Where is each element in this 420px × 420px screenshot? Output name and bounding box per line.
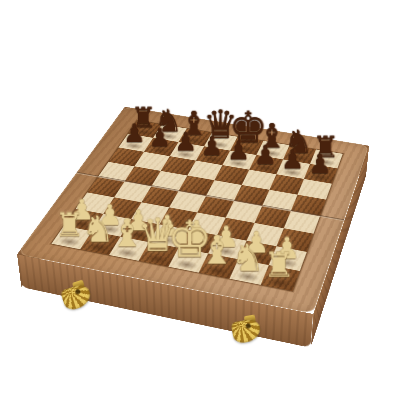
clasp-fan-icon [60, 282, 93, 312]
brass-clasp-front [230, 314, 264, 345]
piece-black-pawn[interactable]: ♟ [302, 151, 337, 177]
piece-white-rook[interactable]: ♜ [259, 248, 299, 283]
product-photo: ♜♞♝♛♚♝♞♜♟♟♟♟♟♟♟♟♟♟♟♟♟♟♟♟♜♞♝♛♚♝♞♜ [0, 0, 420, 420]
clasp-fan-icon [231, 318, 262, 345]
